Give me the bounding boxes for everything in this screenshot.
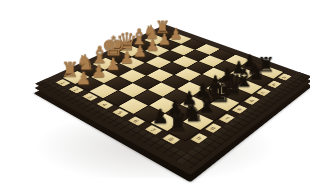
piece-black-rook: ♜ — [249, 55, 282, 76]
piece-white-knight: ♞ — [136, 23, 166, 42]
piece-white-queen: ♛ — [111, 29, 142, 54]
piece-white-bishop: ♝ — [83, 44, 115, 67]
piece-white-rook: ♜ — [148, 19, 177, 37]
chess-set-photo: ♜♟♟♜♞♟♟♞♝♟♟♝♛♟♟♛♚♟♟♚♝♟♟♝♞♟♟♞♜♟♟♜ 1234567… — [0, 0, 310, 186]
piece-white-king: ♚ — [97, 33, 129, 60]
